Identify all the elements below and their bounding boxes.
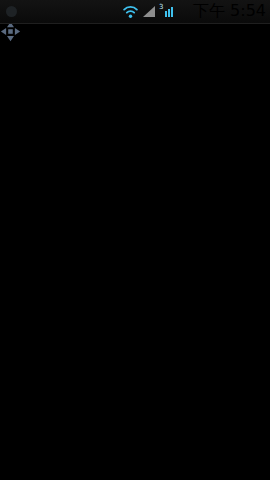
clock-ampm: 下午 [193, 1, 225, 20]
grid-line-vertical [0, 46, 2, 446]
mobile-3g-bars-icon: 3 [159, 7, 176, 17]
notification-dot [6, 6, 17, 17]
go-board[interactable] [0, 21, 270, 480]
wifi-icon [122, 5, 139, 19]
clock-time: 5:54 [230, 1, 266, 20]
grid-line-vertical [0, 446, 270, 480]
signal-triangle-icon [143, 6, 155, 17]
pan-board-button[interactable] [0, 21, 270, 46]
four-way-arrows-icon [0, 21, 21, 42]
status-clock: 下午 5:54 [193, 1, 266, 22]
phone-screen: 3 下午 5:54 房间3 聊天☝试 [0, 0, 270, 480]
status-bar: 3 下午 5:54 [0, 0, 270, 24]
network-type-label: 3 [159, 3, 163, 11]
battery-icon [180, 5, 189, 19]
